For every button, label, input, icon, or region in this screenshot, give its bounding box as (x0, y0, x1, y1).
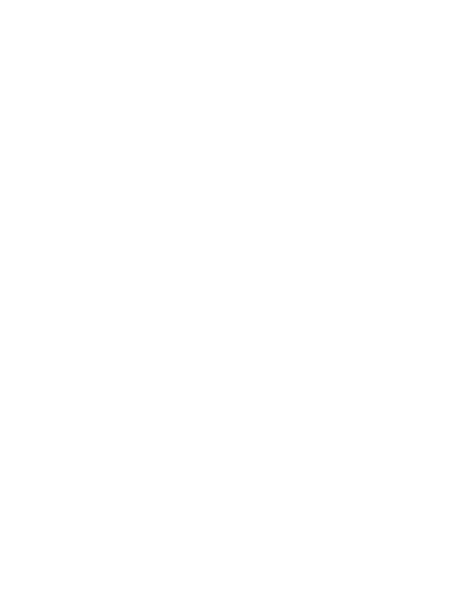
product-photo-scene (0, 0, 450, 600)
